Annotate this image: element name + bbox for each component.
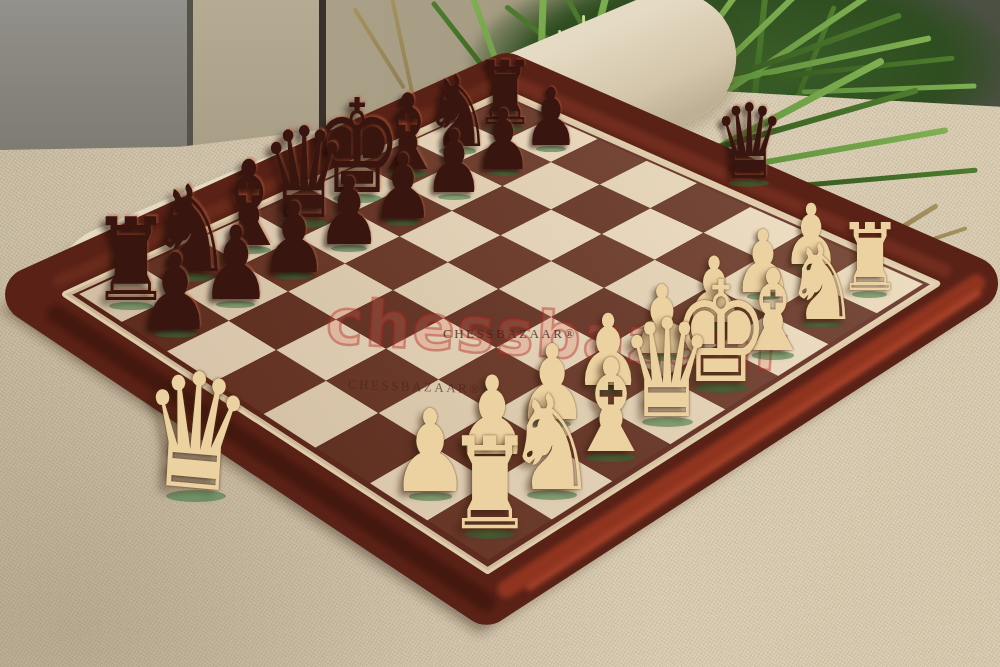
chess-board [0, 0, 1000, 667]
board-lighting [65, 93, 937, 571]
photo-scene: ♜♞♝♛♚♝♞♜♟♟♟♟♟♟♟♟♟♟♟♟♟♟♟♟♜♞♝♛♚♝♞♜♛♛ chess… [0, 0, 1000, 667]
